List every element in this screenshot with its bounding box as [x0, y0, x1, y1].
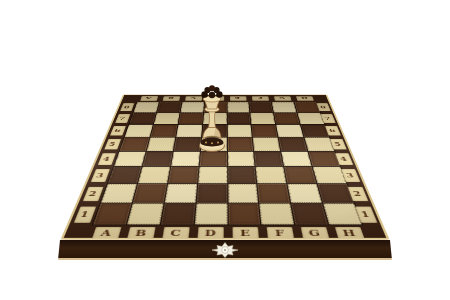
file-label-back-h: H	[296, 96, 314, 100]
square-b2[interactable]	[133, 184, 167, 203]
file-label-back-e: E	[229, 96, 246, 100]
rank-label-left-3: 3	[90, 169, 109, 182]
square-a6[interactable]	[125, 125, 153, 137]
square-b7[interactable]	[154, 113, 180, 124]
rank-label-left-8: 8	[120, 103, 134, 111]
square-f5[interactable]	[253, 137, 280, 151]
square-b6[interactable]	[150, 125, 177, 137]
board-front-edge	[58, 240, 392, 260]
square-e2[interactable]	[228, 184, 259, 203]
rank-label-left-7: 7	[115, 114, 130, 123]
square-e3[interactable]	[228, 167, 257, 184]
square-g7[interactable]	[274, 113, 300, 124]
file-label-front-f: F	[266, 227, 293, 239]
square-d2[interactable]	[196, 184, 227, 203]
square-e7[interactable]	[227, 113, 251, 124]
square-g5[interactable]	[279, 137, 308, 151]
square-g8[interactable]	[272, 102, 297, 112]
square-b5[interactable]	[147, 137, 175, 151]
chess-piece-white-king[interactable]	[196, 84, 228, 156]
square-a8[interactable]	[133, 102, 158, 112]
square-e1[interactable]	[228, 204, 261, 225]
square-f8[interactable]	[250, 102, 274, 112]
square-g2[interactable]	[288, 184, 322, 203]
square-g1[interactable]	[292, 204, 328, 225]
file-label-front-e: E	[232, 227, 258, 239]
square-f6[interactable]	[252, 125, 278, 137]
file-label-back-f: F	[252, 96, 269, 100]
square-e8[interactable]	[227, 102, 250, 112]
square-g6[interactable]	[276, 125, 303, 137]
file-label-back-a: A	[140, 96, 158, 100]
rank-label-left-4: 4	[97, 153, 115, 165]
square-f7[interactable]	[251, 113, 276, 124]
rank-label-left-2: 2	[82, 186, 103, 200]
file-label-back-g: G	[274, 96, 292, 100]
file-label-back-b: B	[162, 96, 179, 100]
square-b8[interactable]	[157, 102, 181, 112]
file-label-front-d: D	[197, 227, 223, 239]
square-a5[interactable]	[120, 137, 150, 151]
square-g4[interactable]	[282, 151, 312, 166]
rank-label-left-5: 5	[104, 139, 121, 149]
square-b3[interactable]	[138, 167, 170, 184]
square-b4[interactable]	[143, 151, 173, 166]
square-e5[interactable]	[227, 137, 253, 151]
square-a7[interactable]	[129, 113, 156, 124]
square-a3[interactable]	[108, 167, 141, 184]
chess-board-photo-scene: AABBCCDDEEFFGGHH1122334455667788	[0, 0, 450, 300]
file-label-front-a: A	[91, 227, 120, 239]
square-e4[interactable]	[228, 151, 255, 166]
square-a2[interactable]	[101, 184, 137, 203]
crest-icon	[211, 242, 239, 262]
square-e6[interactable]	[227, 125, 252, 137]
square-f4[interactable]	[255, 151, 284, 166]
file-label-front-c: C	[162, 227, 189, 239]
square-f1[interactable]	[260, 204, 295, 225]
rank-label-right-7: 7	[320, 114, 335, 123]
square-b1[interactable]	[127, 204, 163, 225]
rank-label-left-6: 6	[110, 126, 126, 135]
square-c2[interactable]	[164, 184, 196, 203]
rank-label-right-8: 8	[316, 103, 330, 111]
square-c3[interactable]	[168, 167, 198, 184]
square-f3[interactable]	[256, 167, 287, 184]
square-c1[interactable]	[161, 204, 195, 225]
square-d3[interactable]	[198, 167, 227, 184]
square-d1[interactable]	[194, 204, 226, 225]
file-label-front-b: B	[127, 227, 155, 239]
square-g3[interactable]	[285, 167, 317, 184]
square-a1[interactable]	[93, 204, 131, 225]
square-f2[interactable]	[258, 184, 290, 203]
file-label-front-h: H	[334, 227, 364, 239]
square-a4[interactable]	[114, 151, 145, 166]
file-label-front-g: G	[300, 227, 328, 239]
